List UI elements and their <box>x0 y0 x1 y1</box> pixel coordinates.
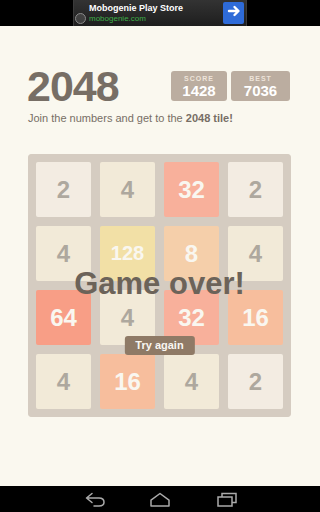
subtitle-text: Join the numbers and get to the <box>28 112 186 124</box>
game-board: 2 4 32 2 4 128 8 4 64 4 32 16 4 16 4 2 G… <box>28 154 291 417</box>
score-box: SCORE 1428 <box>171 71 227 101</box>
best-value: 7036 <box>231 83 290 99</box>
ad-banner-bar: Mobogenie Play Store mobogenie.com <box>0 0 320 26</box>
recents-icon[interactable] <box>215 491 239 508</box>
subtitle: Join the numbers and get to the 2048 til… <box>28 112 233 124</box>
android-nav-bar <box>0 486 320 512</box>
game-over-message: Game over! <box>28 267 291 301</box>
screen: Mobogenie Play Store mobogenie.com 2048 … <box>0 0 320 512</box>
ad-title: Mobogenie Play Store <box>89 3 183 13</box>
ad-url: mobogenie.com <box>89 14 146 23</box>
best-box: BEST 7036 <box>231 71 290 101</box>
home-icon[interactable] <box>148 491 172 508</box>
try-again-button[interactable]: Try again <box>124 336 194 355</box>
subtitle-highlight: 2048 tile! <box>186 112 233 124</box>
ad-attribution-icon[interactable] <box>75 13 86 24</box>
score-value: 1428 <box>171 83 227 99</box>
ad-cta-button[interactable] <box>223 2 244 24</box>
arrow-right-icon <box>227 4 241 22</box>
ad-banner[interactable]: Mobogenie Play Store mobogenie.com <box>73 0 247 26</box>
page-title: 2048 <box>27 66 119 106</box>
back-icon[interactable] <box>83 491 107 508</box>
